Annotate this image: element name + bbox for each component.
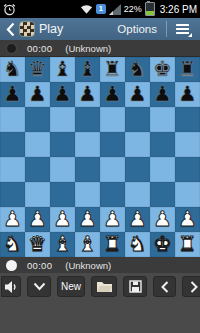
piece-black-knight: ♞	[3, 57, 22, 82]
piece-white-knight: ♞	[128, 232, 147, 257]
square-d3[interactable]	[75, 182, 100, 207]
square-a4[interactable]	[0, 157, 25, 182]
page-title: Play	[39, 22, 63, 36]
square-a5[interactable]	[0, 132, 25, 157]
square-f5[interactable]	[125, 132, 150, 157]
options-button[interactable]: Options	[108, 23, 166, 35]
piece-black-queen: ♛	[28, 57, 47, 82]
chess-board: ♞♛♝♝♜♞♚♜♟♟♟♟♟♟♟♟♟♟♟♟♟♟♟♟♞♛♝♝♜♞♚♜	[0, 57, 200, 257]
piece-white-pawn: ♟	[28, 207, 47, 232]
piece-white-pawn: ♟	[178, 207, 197, 232]
square-g8[interactable]: ♚	[150, 57, 175, 82]
chevron-left-icon	[161, 281, 169, 293]
piece-white-queen: ♛	[28, 232, 47, 257]
chevron-left-icon	[6, 22, 15, 37]
square-f1[interactable]: ♞	[125, 232, 150, 257]
black-turn-indicator	[6, 43, 17, 54]
square-g1[interactable]: ♚	[150, 232, 175, 257]
square-h3[interactable]	[175, 182, 200, 207]
square-c4[interactable]	[50, 157, 75, 182]
square-e5[interactable]	[100, 132, 125, 157]
move-forward-button[interactable]	[182, 276, 200, 297]
square-f6[interactable]	[125, 107, 150, 132]
wifi-icon	[80, 3, 93, 15]
square-h1[interactable]: ♜	[175, 232, 200, 257]
alarm-icon	[3, 3, 16, 16]
piece-white-king: ♚	[153, 232, 172, 257]
signal-strength-icon	[109, 4, 121, 15]
notification-badge: 1	[96, 4, 106, 14]
white-player-name: (Unknown)	[65, 260, 111, 271]
square-c1[interactable]: ♝	[50, 232, 75, 257]
square-d2[interactable]: ♟	[75, 207, 100, 232]
square-h8[interactable]: ♜	[175, 57, 200, 82]
white-player-bar: 00:00 (Unknown)	[0, 257, 200, 273]
piece-black-pawn: ♟	[153, 82, 172, 107]
square-h4[interactable]	[175, 157, 200, 182]
square-a7[interactable]: ♟	[0, 82, 25, 107]
piece-black-rook: ♜	[178, 57, 197, 82]
square-c7[interactable]: ♟	[50, 82, 75, 107]
speaker-icon	[4, 280, 18, 294]
piece-white-rook: ♜	[178, 232, 197, 257]
piece-white-pawn: ♟	[103, 207, 122, 232]
square-a2[interactable]: ♟	[0, 207, 25, 232]
square-c8[interactable]: ♝	[50, 57, 75, 82]
floppy-icon	[129, 280, 142, 293]
square-e2[interactable]: ♟	[100, 207, 125, 232]
square-h2[interactable]: ♟	[175, 207, 200, 232]
square-d5[interactable]	[75, 132, 100, 157]
square-e1[interactable]: ♜	[100, 232, 125, 257]
square-d7[interactable]: ♟	[75, 82, 100, 107]
move-back-button[interactable]	[153, 276, 176, 297]
piece-black-pawn: ♟	[178, 82, 197, 107]
square-f8[interactable]: ♞	[125, 57, 150, 82]
overflow-menu-button[interactable]	[167, 20, 196, 38]
toolbar: New	[0, 273, 200, 333]
open-file-button[interactable]	[91, 276, 117, 297]
square-h5[interactable]	[175, 132, 200, 157]
square-e4[interactable]	[100, 157, 125, 182]
square-c3[interactable]	[50, 182, 75, 207]
square-b2[interactable]: ♟	[25, 207, 50, 232]
new-game-button[interactable]: New	[57, 276, 85, 297]
folder-icon	[96, 280, 113, 293]
square-b7[interactable]: ♟	[25, 82, 50, 107]
back-button[interactable]	[4, 22, 17, 37]
square-h7[interactable]: ♟	[175, 82, 200, 107]
square-g2[interactable]: ♟	[150, 207, 175, 232]
square-g4[interactable]	[150, 157, 175, 182]
piece-white-bishop: ♝	[53, 232, 72, 257]
piece-white-pawn: ♟	[128, 207, 147, 232]
chevron-right-icon	[190, 281, 198, 293]
piece-white-bishop: ♝	[78, 232, 97, 257]
square-f3[interactable]	[125, 182, 150, 207]
piece-white-knight: ♞	[3, 232, 22, 257]
status-bar: 1 22% 3:26 PM	[0, 0, 200, 18]
black-player-name: (Unknown)	[65, 43, 111, 54]
battery-icon	[145, 2, 155, 16]
square-d6[interactable]	[75, 107, 100, 132]
square-f2[interactable]: ♟	[125, 207, 150, 232]
square-a6[interactable]	[0, 107, 25, 132]
square-e6[interactable]	[100, 107, 125, 132]
app-header: Play Options	[0, 18, 200, 40]
square-b5[interactable]	[25, 132, 50, 157]
app-icon	[19, 21, 35, 37]
square-g7[interactable]: ♟	[150, 82, 175, 107]
piece-black-pawn: ♟	[128, 82, 147, 107]
piece-black-pawn: ♟	[103, 82, 122, 107]
square-e8[interactable]: ♜	[100, 57, 125, 82]
piece-black-rook: ♜	[103, 57, 122, 82]
piece-black-bishop: ♝	[78, 57, 97, 82]
square-f4[interactable]	[125, 157, 150, 182]
clock-time: 3:26 PM	[160, 4, 197, 15]
square-b8[interactable]: ♛	[25, 57, 50, 82]
black-clock: 00:00	[27, 43, 52, 54]
piece-white-pawn: ♟	[53, 207, 72, 232]
square-d1[interactable]: ♝	[75, 232, 100, 257]
square-g3[interactable]	[150, 182, 175, 207]
square-g5[interactable]	[150, 132, 175, 157]
square-b4[interactable]	[25, 157, 50, 182]
piece-white-pawn: ♟	[153, 207, 172, 232]
black-player-bar: 00:00 (Unknown)	[0, 40, 200, 57]
square-d8[interactable]: ♝	[75, 57, 100, 82]
square-e7[interactable]: ♟	[100, 82, 125, 107]
square-b3[interactable]	[25, 182, 50, 207]
battery-percent: 22%	[124, 4, 142, 14]
square-b6[interactable]	[25, 107, 50, 132]
piece-white-rook: ♜	[103, 232, 122, 257]
square-g6[interactable]	[150, 107, 175, 132]
piece-black-pawn: ♟	[78, 82, 97, 107]
piece-black-pawn: ♟	[53, 82, 72, 107]
square-d4[interactable]	[75, 157, 100, 182]
square-f7[interactable]: ♟	[125, 82, 150, 107]
square-a8[interactable]: ♞	[0, 57, 25, 82]
piece-white-pawn: ♟	[3, 207, 22, 232]
collapse-button[interactable]	[27, 276, 51, 297]
save-button[interactable]	[123, 276, 147, 297]
square-a1[interactable]: ♞	[0, 232, 25, 257]
piece-black-pawn: ♟	[28, 82, 47, 107]
white-clock: 00:00	[27, 260, 52, 271]
volume-button[interactable]	[1, 276, 21, 297]
square-h6[interactable]	[175, 107, 200, 132]
square-e3[interactable]	[100, 182, 125, 207]
piece-black-bishop: ♝	[53, 57, 72, 82]
chevron-down-icon	[33, 282, 46, 291]
square-a3[interactable]	[0, 182, 25, 207]
square-c5[interactable]	[50, 132, 75, 157]
square-c6[interactable]	[50, 107, 75, 132]
square-c2[interactable]: ♟	[50, 207, 75, 232]
white-turn-indicator	[6, 260, 17, 271]
piece-white-pawn: ♟	[78, 207, 97, 232]
piece-black-pawn: ♟	[3, 82, 22, 107]
piece-black-knight: ♞	[128, 57, 147, 82]
square-b1[interactable]: ♛	[25, 232, 50, 257]
piece-black-king: ♚	[153, 57, 172, 82]
